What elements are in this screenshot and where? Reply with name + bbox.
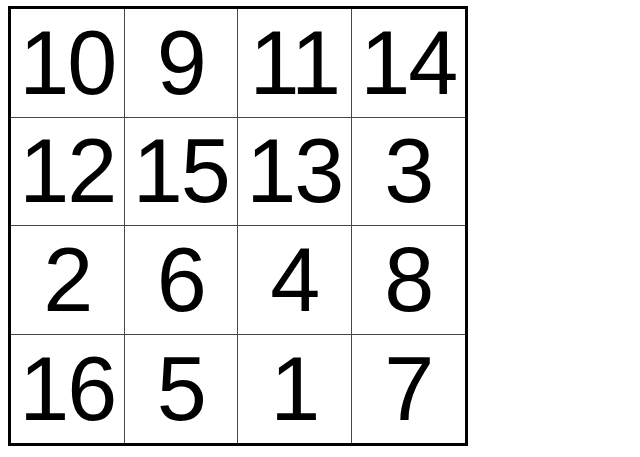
grid-cell-r2c4[interactable]: 3 xyxy=(352,118,466,227)
grid-cell-r3c3[interactable]: 4 xyxy=(238,226,352,335)
grid-cell-r3c1[interactable]: 2 xyxy=(11,226,125,335)
grid-cell-r1c1[interactable]: 10 xyxy=(11,9,125,118)
grid-cell-r2c2[interactable]: 15 xyxy=(125,118,239,227)
grid-cell-r1c3[interactable]: 11 xyxy=(238,9,352,118)
grid-cell-r4c2[interactable]: 5 xyxy=(125,335,239,444)
grid-cell-r1c4[interactable]: 14 xyxy=(352,9,466,118)
grid-cell-r2c3[interactable]: 13 xyxy=(238,118,352,227)
grid-cell-r3c2[interactable]: 6 xyxy=(125,226,239,335)
grid-cell-r3c4[interactable]: 8 xyxy=(352,226,466,335)
grid-cell-r4c4[interactable]: 7 xyxy=(352,335,466,444)
grid-cell-r2c1[interactable]: 12 xyxy=(11,118,125,227)
number-grid-board: 10 9 11 14 12 15 13 3 2 6 4 8 16 5 1 7 xyxy=(8,6,468,446)
grid-cell-r4c1[interactable]: 16 xyxy=(11,335,125,444)
grid-cell-r1c2[interactable]: 9 xyxy=(125,9,239,118)
grid-cell-r4c3[interactable]: 1 xyxy=(238,335,352,444)
